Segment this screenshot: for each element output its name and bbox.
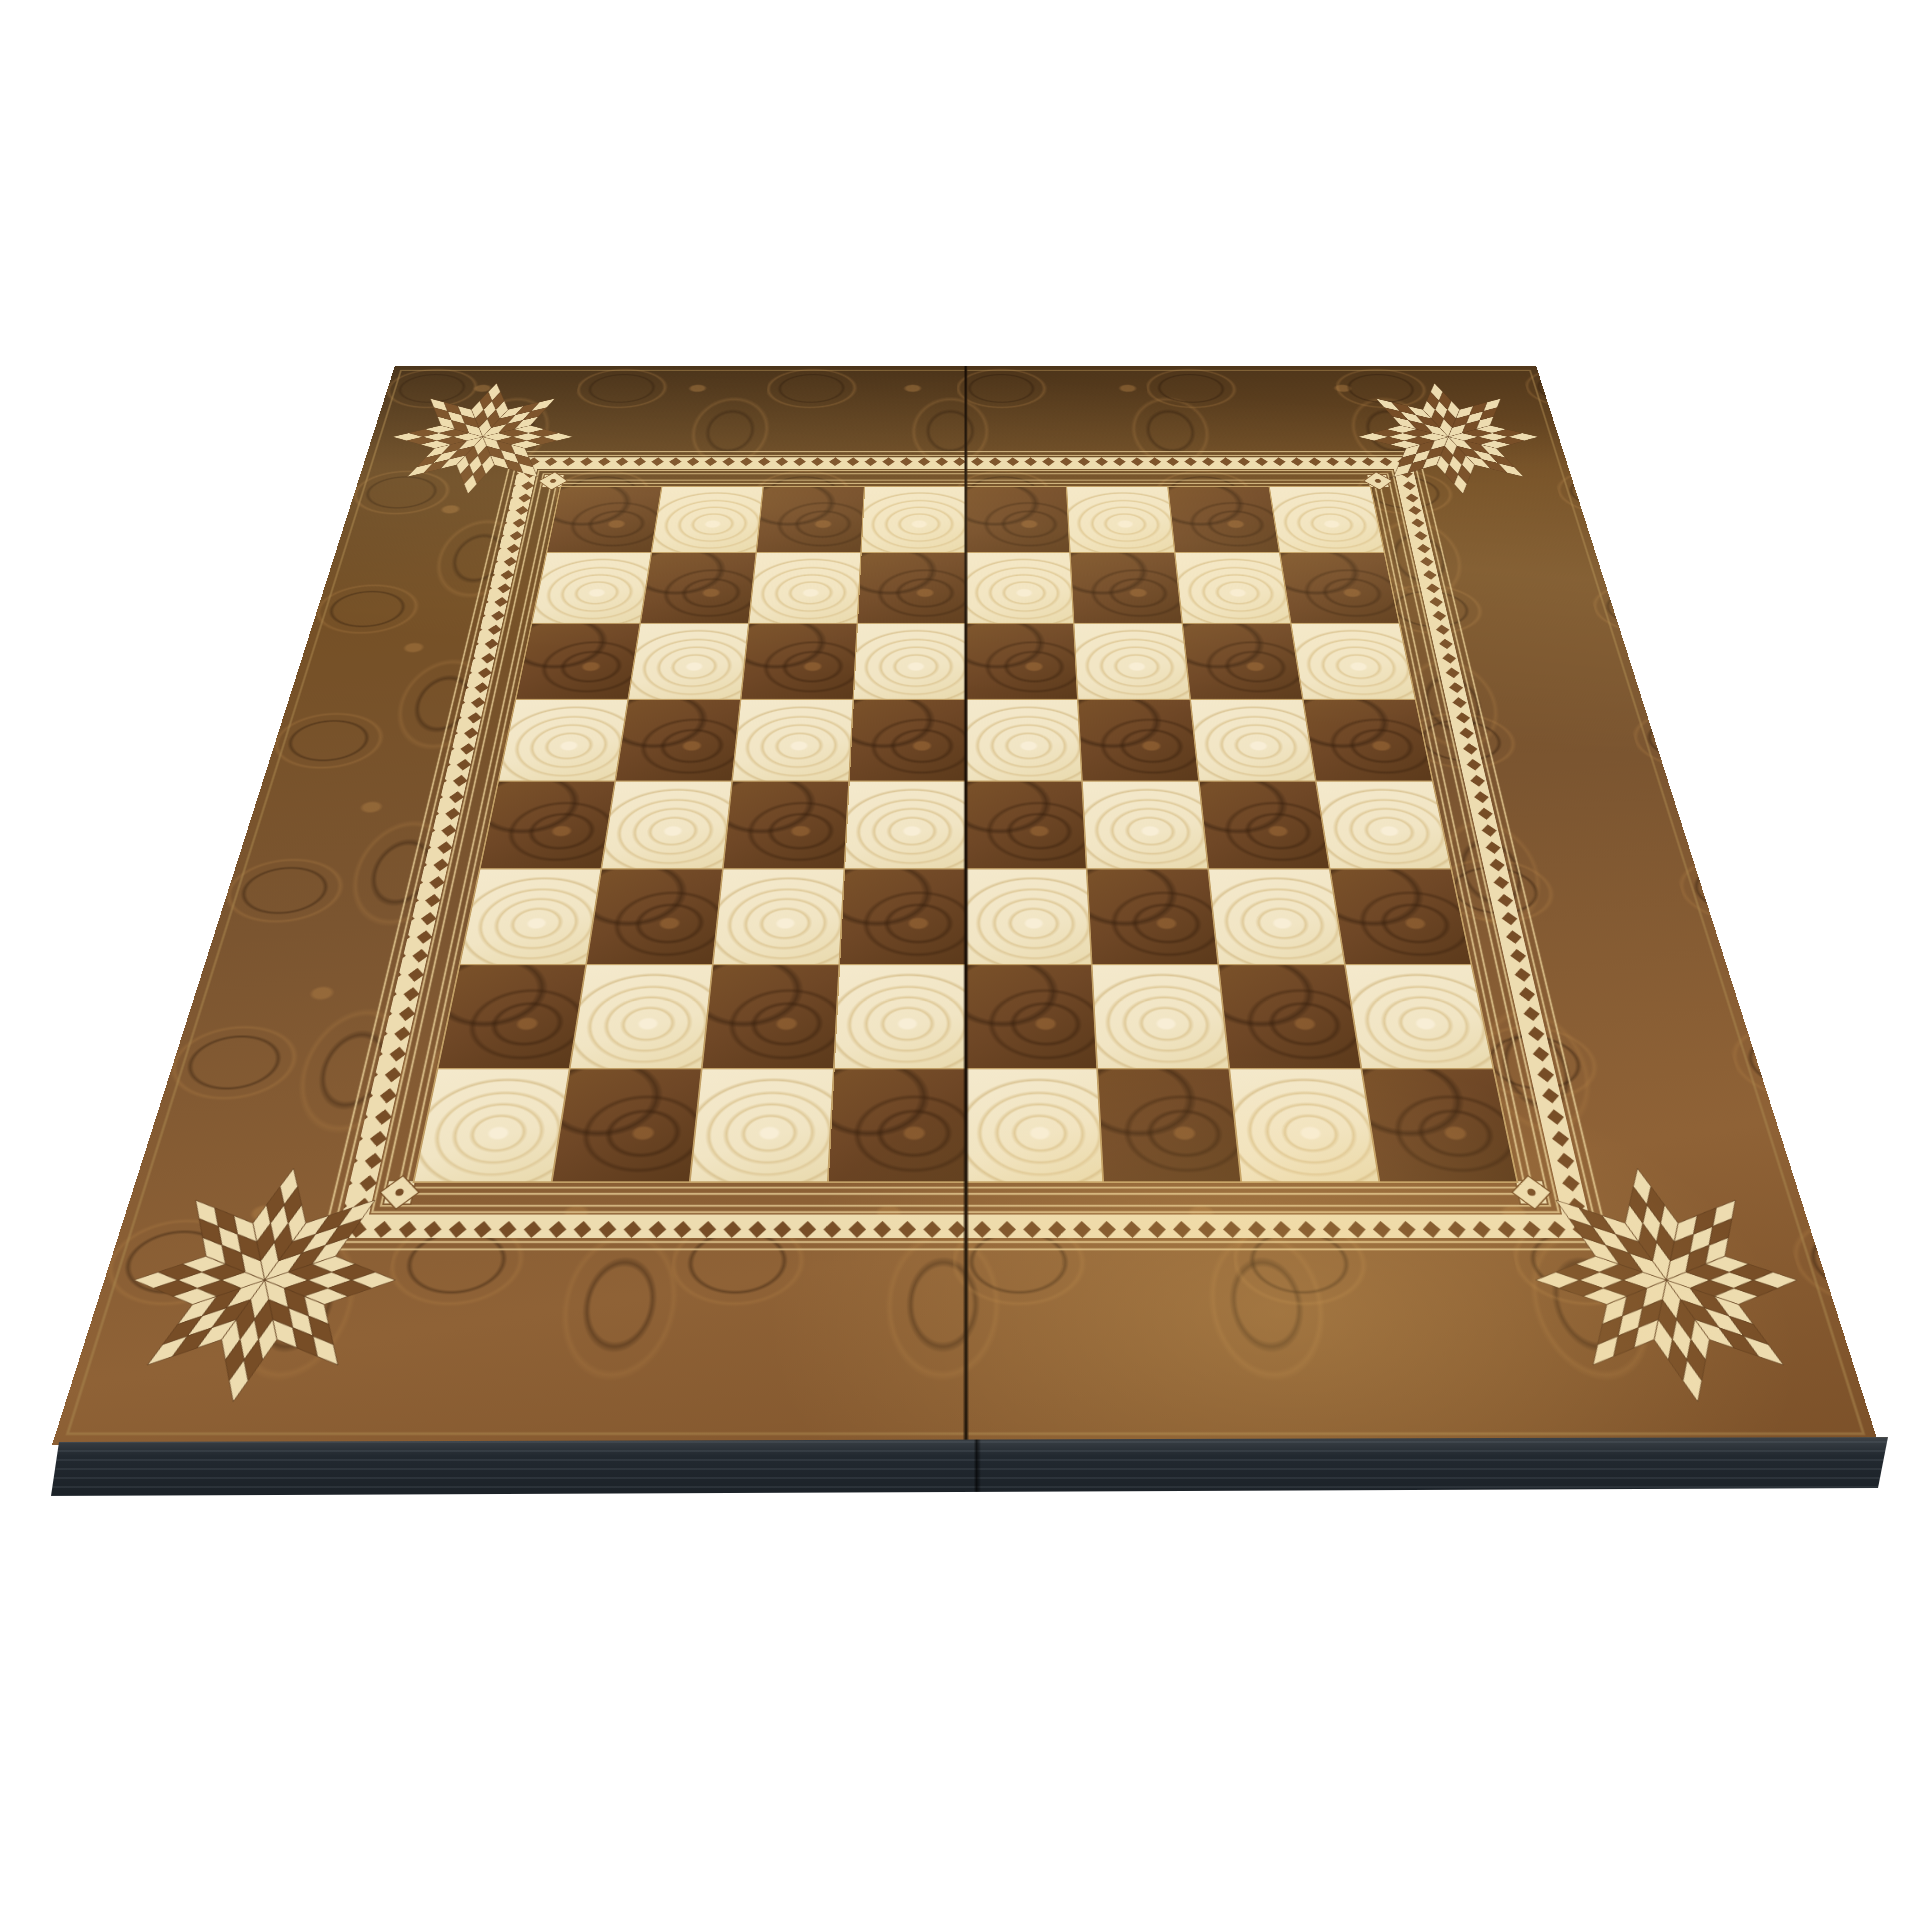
square-r3c6 [1075,624,1190,699]
square-r5c8 [1317,781,1451,868]
square-r1c4 [861,487,964,552]
square-r2c8 [1280,553,1398,623]
photo-canvas: { "game": "chess (empty folding wood che… [0,0,1920,1920]
square-r1c5 [966,487,1069,552]
square-r5c1 [481,781,615,868]
square-r4c3 [733,700,853,781]
square-r4c2 [616,700,740,781]
square-r7c3 [702,965,838,1068]
square-r8c3 [691,1069,833,1181]
square-r8c2 [553,1069,701,1181]
square-r8c6 [1098,1069,1240,1181]
square-r6c6 [1088,870,1218,964]
square-r3c3 [741,624,856,699]
square-r2c5 [966,553,1073,623]
square-r1c2 [652,487,762,552]
square-r7c8 [1346,965,1493,1068]
square-r7c6 [1093,965,1229,1068]
square-r8c5 [966,1069,1102,1181]
square-r5c4 [845,781,965,868]
square-r1c1 [547,487,661,552]
board-scene [0,0,1920,1920]
square-r6c2 [587,870,722,964]
square-r5c3 [723,781,847,868]
square-r3c8 [1292,624,1415,699]
corner-star-bottom-right-icon [1512,1168,1834,1401]
square-r6c5 [966,870,1091,964]
square-r3c2 [629,624,748,699]
square-r3c1 [516,624,639,699]
square-r2c6 [1071,553,1182,623]
square-r2c3 [749,553,860,623]
square-r4c1 [499,700,627,781]
square-r2c7 [1176,553,1290,623]
square-r4c5 [966,700,1081,781]
square-r3c4 [854,624,965,699]
square-r8c7 [1230,1069,1378,1181]
square-r4c8 [1304,700,1432,781]
square-r7c7 [1219,965,1360,1068]
square-r5c6 [1083,781,1207,868]
box-side-edge [45,1432,1895,1502]
square-r2c2 [641,553,755,623]
square-r5c2 [602,781,731,868]
square-r8c4 [828,1069,964,1181]
corner-star-bottom-left-icon [97,1168,419,1401]
square-r3c7 [1183,624,1302,699]
board [52,366,1879,1445]
square-r8c8 [1362,1069,1516,1181]
square-r8c1 [415,1069,569,1181]
square-r6c3 [713,870,843,964]
square-r6c4 [840,870,965,964]
square-r1c3 [757,487,864,552]
square-r6c8 [1331,870,1471,964]
square-r1c6 [1067,487,1174,552]
square-r7c1 [439,965,586,1068]
square-r1c7 [1169,487,1279,552]
square-r4c7 [1191,700,1315,781]
square-r5c7 [1200,781,1329,868]
square-r5c5 [966,781,1086,868]
square-r7c2 [570,965,711,1068]
square-r6c7 [1209,870,1344,964]
square-r4c4 [850,700,965,781]
square-r2c1 [532,553,650,623]
square-r1c8 [1270,487,1384,552]
square-r2c4 [858,553,965,623]
square-r3c5 [966,624,1077,699]
square-r4c6 [1079,700,1199,781]
square-r7c5 [966,965,1096,1068]
square-r7c4 [834,965,964,1068]
square-r6c1 [460,870,600,964]
